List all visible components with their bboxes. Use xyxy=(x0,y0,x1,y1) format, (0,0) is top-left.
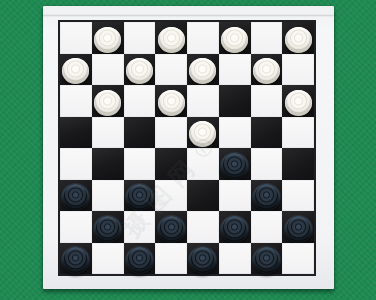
white-piece[interactable] xyxy=(94,27,121,53)
board-square[interactable] xyxy=(155,243,187,275)
white-piece[interactable] xyxy=(253,58,280,84)
board-square[interactable] xyxy=(124,180,156,212)
board-square[interactable] xyxy=(187,117,219,149)
board-square[interactable] xyxy=(155,148,187,180)
board-square[interactable] xyxy=(92,22,124,54)
board-square[interactable] xyxy=(92,85,124,117)
board-square[interactable] xyxy=(282,117,314,149)
board-square[interactable] xyxy=(124,211,156,243)
board-square[interactable] xyxy=(219,180,251,212)
board-square[interactable] xyxy=(282,180,314,212)
white-piece[interactable] xyxy=(285,27,312,53)
board-square[interactable] xyxy=(219,211,251,243)
black-piece[interactable] xyxy=(221,153,248,179)
board-square[interactable] xyxy=(251,148,283,180)
board-square[interactable] xyxy=(282,22,314,54)
black-piece[interactable] xyxy=(62,184,89,210)
board-square[interactable] xyxy=(60,211,92,243)
board-square[interactable] xyxy=(124,22,156,54)
black-piece[interactable] xyxy=(126,247,153,273)
black-piece[interactable] xyxy=(126,184,153,210)
board-square[interactable] xyxy=(155,180,187,212)
board-square[interactable] xyxy=(282,85,314,117)
white-piece[interactable] xyxy=(221,27,248,53)
board-square[interactable] xyxy=(155,211,187,243)
white-piece[interactable] xyxy=(62,58,89,84)
board-square[interactable] xyxy=(60,148,92,180)
board-square[interactable] xyxy=(251,22,283,54)
black-piece[interactable] xyxy=(94,216,121,242)
black-piece[interactable] xyxy=(221,216,248,242)
black-piece[interactable] xyxy=(62,247,89,273)
board-square[interactable] xyxy=(219,117,251,149)
board-square[interactable] xyxy=(187,54,219,86)
black-piece[interactable] xyxy=(158,216,185,242)
board-square[interactable] xyxy=(282,211,314,243)
board-square[interactable] xyxy=(282,54,314,86)
black-piece[interactable] xyxy=(253,247,280,273)
board-square[interactable] xyxy=(251,243,283,275)
board-square[interactable] xyxy=(60,85,92,117)
board-square[interactable] xyxy=(92,148,124,180)
white-piece[interactable] xyxy=(189,58,216,84)
board-square[interactable] xyxy=(60,54,92,86)
paper-crease xyxy=(43,14,334,17)
board-square[interactable] xyxy=(155,22,187,54)
board-square[interactable] xyxy=(219,243,251,275)
board-square[interactable] xyxy=(187,85,219,117)
white-piece[interactable] xyxy=(158,90,185,116)
board-square[interactable] xyxy=(251,85,283,117)
white-piece[interactable] xyxy=(189,121,216,147)
board-square[interactable] xyxy=(187,243,219,275)
board-square[interactable] xyxy=(124,85,156,117)
board-square[interactable] xyxy=(251,54,283,86)
board-square[interactable] xyxy=(219,148,251,180)
board-square[interactable] xyxy=(60,243,92,275)
board-square[interactable] xyxy=(219,22,251,54)
board-square[interactable] xyxy=(60,117,92,149)
white-piece[interactable] xyxy=(158,27,185,53)
board-square[interactable] xyxy=(92,243,124,275)
board-square[interactable] xyxy=(251,117,283,149)
black-piece[interactable] xyxy=(285,216,312,242)
board-square[interactable] xyxy=(92,211,124,243)
board-square[interactable] xyxy=(187,148,219,180)
board-square[interactable] xyxy=(219,54,251,86)
black-piece[interactable] xyxy=(253,184,280,210)
black-piece[interactable] xyxy=(189,247,216,273)
white-piece[interactable] xyxy=(126,58,153,84)
board-square[interactable] xyxy=(219,85,251,117)
board-square[interactable] xyxy=(60,180,92,212)
board-square[interactable] xyxy=(124,117,156,149)
board xyxy=(58,20,316,276)
board-square[interactable] xyxy=(60,22,92,54)
board-square[interactable] xyxy=(124,54,156,86)
scene-photo: 摄图网® xyxy=(0,0,376,300)
board-mat xyxy=(43,6,334,289)
board-square[interactable] xyxy=(251,180,283,212)
board-square[interactable] xyxy=(124,243,156,275)
white-piece[interactable] xyxy=(285,90,312,116)
board-square[interactable] xyxy=(155,85,187,117)
board-square[interactable] xyxy=(92,180,124,212)
board-square[interactable] xyxy=(282,148,314,180)
board-square[interactable] xyxy=(282,243,314,275)
board-square[interactable] xyxy=(187,22,219,54)
board-square[interactable] xyxy=(92,54,124,86)
board-square[interactable] xyxy=(187,180,219,212)
white-piece[interactable] xyxy=(94,90,121,116)
board-square[interactable] xyxy=(251,211,283,243)
board-square[interactable] xyxy=(187,211,219,243)
board-square[interactable] xyxy=(155,54,187,86)
board-square[interactable] xyxy=(155,117,187,149)
board-square[interactable] xyxy=(124,148,156,180)
board-square[interactable] xyxy=(92,117,124,149)
